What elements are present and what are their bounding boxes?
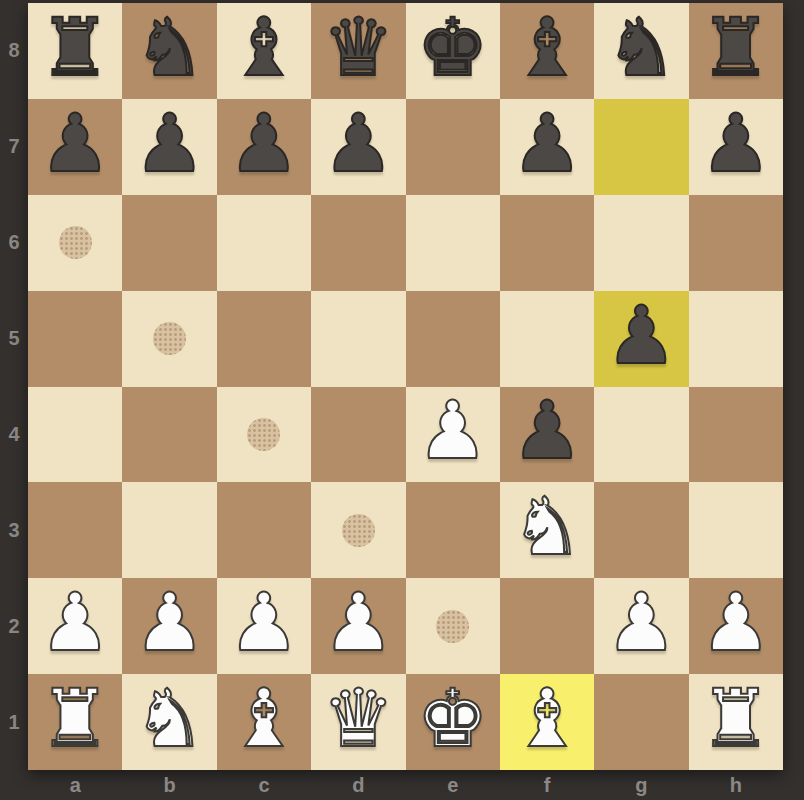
square-b3[interactable] bbox=[122, 482, 216, 578]
square-a8[interactable]: ♜ bbox=[28, 3, 122, 99]
piece-black-pawn[interactable]: ♟ bbox=[511, 104, 583, 190]
square-h7[interactable]: ♟ bbox=[689, 99, 783, 195]
square-h1[interactable]: ♜ bbox=[689, 674, 783, 770]
square-e6[interactable] bbox=[406, 195, 500, 291]
rank-label-3: 3 bbox=[0, 482, 28, 578]
square-f8[interactable]: ♝ bbox=[500, 3, 594, 99]
square-h5[interactable] bbox=[689, 291, 783, 387]
square-a7[interactable]: ♟ bbox=[28, 99, 122, 195]
square-h2[interactable]: ♟ bbox=[689, 578, 783, 674]
square-h4[interactable] bbox=[689, 387, 783, 483]
square-g3[interactable] bbox=[594, 482, 688, 578]
rank-label-8: 8 bbox=[0, 3, 28, 99]
file-label-b: b bbox=[122, 770, 216, 800]
square-g1[interactable] bbox=[594, 674, 688, 770]
square-f7[interactable]: ♟ bbox=[500, 99, 594, 195]
rank-labels: 87654321 bbox=[0, 3, 28, 770]
piece-black-pawn[interactable]: ♟ bbox=[39, 104, 111, 190]
square-g4[interactable] bbox=[594, 387, 688, 483]
piece-white-pawn[interactable]: ♟ bbox=[322, 583, 394, 669]
rank-label-5: 5 bbox=[0, 291, 28, 387]
square-c2[interactable]: ♟ bbox=[217, 578, 311, 674]
square-d4[interactable] bbox=[311, 387, 405, 483]
move-hint-dot-c4[interactable] bbox=[247, 418, 280, 451]
square-f3[interactable]: ♞ bbox=[500, 482, 594, 578]
piece-black-pawn[interactable]: ♟ bbox=[606, 296, 678, 382]
square-e3[interactable] bbox=[406, 482, 500, 578]
square-c5[interactable] bbox=[217, 291, 311, 387]
square-e5[interactable] bbox=[406, 291, 500, 387]
square-b8[interactable]: ♞ bbox=[122, 3, 216, 99]
square-c4[interactable] bbox=[217, 387, 311, 483]
square-g2[interactable]: ♟ bbox=[594, 578, 688, 674]
rank-label-7: 7 bbox=[0, 99, 28, 195]
piece-white-pawn[interactable]: ♟ bbox=[417, 391, 489, 477]
square-g8[interactable]: ♞ bbox=[594, 3, 688, 99]
piece-black-king[interactable]: ♚ bbox=[417, 8, 489, 94]
square-g7[interactable] bbox=[594, 99, 688, 195]
square-c7[interactable]: ♟ bbox=[217, 99, 311, 195]
piece-white-bishop[interactable]: ♝ bbox=[511, 679, 583, 765]
rank-label-2: 2 bbox=[0, 578, 28, 674]
piece-white-pawn[interactable]: ♟ bbox=[700, 583, 772, 669]
rank-label-6: 6 bbox=[0, 195, 28, 291]
square-d8[interactable]: ♛ bbox=[311, 3, 405, 99]
square-b5[interactable] bbox=[122, 291, 216, 387]
square-b1[interactable]: ♞ bbox=[122, 674, 216, 770]
piece-white-queen[interactable]: ♛ bbox=[322, 679, 394, 765]
piece-black-rook[interactable]: ♜ bbox=[700, 8, 772, 94]
square-h3[interactable] bbox=[689, 482, 783, 578]
piece-white-bishop[interactable]: ♝ bbox=[228, 679, 300, 765]
piece-black-queen[interactable]: ♛ bbox=[322, 8, 394, 94]
square-e2[interactable] bbox=[406, 578, 500, 674]
file-label-c: c bbox=[217, 770, 311, 800]
rank-label-4: 4 bbox=[0, 387, 28, 483]
square-e4[interactable]: ♟ bbox=[406, 387, 500, 483]
piece-black-rook[interactable]: ♜ bbox=[39, 8, 111, 94]
piece-white-pawn[interactable]: ♟ bbox=[606, 583, 678, 669]
square-f4[interactable]: ♟ bbox=[500, 387, 594, 483]
piece-white-rook[interactable]: ♜ bbox=[39, 679, 111, 765]
square-d5[interactable] bbox=[311, 291, 405, 387]
square-a4[interactable] bbox=[28, 387, 122, 483]
board-grid: ♜♞♝♛♚♝♞♜♟♟♟♟♟♟♟♟♟♞♟♟♟♟♟♟♜♞♝♛♚♝♜ bbox=[28, 3, 783, 770]
file-label-a: a bbox=[28, 770, 122, 800]
square-b2[interactable]: ♟ bbox=[122, 578, 216, 674]
file-label-h: h bbox=[689, 770, 783, 800]
piece-white-pawn[interactable]: ♟ bbox=[134, 583, 206, 669]
piece-black-knight[interactable]: ♞ bbox=[606, 8, 678, 94]
move-hint-dot-b5[interactable] bbox=[153, 322, 186, 355]
square-a6[interactable] bbox=[28, 195, 122, 291]
piece-black-knight[interactable]: ♞ bbox=[134, 8, 206, 94]
square-f2[interactable] bbox=[500, 578, 594, 674]
move-hint-dot-d3[interactable] bbox=[342, 514, 375, 547]
square-c6[interactable] bbox=[217, 195, 311, 291]
square-a2[interactable]: ♟ bbox=[28, 578, 122, 674]
square-h8[interactable]: ♜ bbox=[689, 3, 783, 99]
square-c1[interactable]: ♝ bbox=[217, 674, 311, 770]
square-d7[interactable]: ♟ bbox=[311, 99, 405, 195]
square-a3[interactable] bbox=[28, 482, 122, 578]
square-e8[interactable]: ♚ bbox=[406, 3, 500, 99]
piece-black-bishop[interactable]: ♝ bbox=[228, 8, 300, 94]
file-label-g: g bbox=[594, 770, 688, 800]
square-g6[interactable] bbox=[594, 195, 688, 291]
square-h6[interactable] bbox=[689, 195, 783, 291]
square-a5[interactable] bbox=[28, 291, 122, 387]
square-b6[interactable] bbox=[122, 195, 216, 291]
file-label-d: d bbox=[311, 770, 405, 800]
piece-black-pawn[interactable]: ♟ bbox=[511, 391, 583, 477]
square-f1[interactable]: ♝ bbox=[500, 674, 594, 770]
piece-black-pawn[interactable]: ♟ bbox=[322, 104, 394, 190]
square-d3[interactable] bbox=[311, 482, 405, 578]
square-e7[interactable] bbox=[406, 99, 500, 195]
piece-black-pawn[interactable]: ♟ bbox=[228, 104, 300, 190]
file-labels: abcdefgh bbox=[28, 770, 783, 800]
piece-white-pawn[interactable]: ♟ bbox=[39, 583, 111, 669]
square-c3[interactable] bbox=[217, 482, 311, 578]
piece-white-knight[interactable]: ♞ bbox=[134, 679, 206, 765]
square-d1[interactable]: ♛ bbox=[311, 674, 405, 770]
piece-white-rook[interactable]: ♜ bbox=[700, 679, 772, 765]
move-hint-dot-a6[interactable] bbox=[59, 226, 92, 259]
piece-black-pawn[interactable]: ♟ bbox=[134, 104, 206, 190]
chess-board: ♜♞♝♛♚♝♞♜♟♟♟♟♟♟♟♟♟♞♟♟♟♟♟♟♜♞♝♛♚♝♜ bbox=[28, 3, 783, 770]
rank-label-1: 1 bbox=[0, 674, 28, 770]
square-d2[interactable]: ♟ bbox=[311, 578, 405, 674]
square-a1[interactable]: ♜ bbox=[28, 674, 122, 770]
piece-white-knight[interactable]: ♞ bbox=[511, 487, 583, 573]
square-f5[interactable] bbox=[500, 291, 594, 387]
move-hint-dot-e2[interactable] bbox=[436, 610, 469, 643]
square-e1[interactable]: ♚ bbox=[406, 674, 500, 770]
square-c8[interactable]: ♝ bbox=[217, 3, 311, 99]
file-label-e: e bbox=[406, 770, 500, 800]
piece-white-pawn[interactable]: ♟ bbox=[228, 583, 300, 669]
square-b7[interactable]: ♟ bbox=[122, 99, 216, 195]
piece-black-bishop[interactable]: ♝ bbox=[511, 8, 583, 94]
file-label-f: f bbox=[500, 770, 594, 800]
square-g5[interactable]: ♟ bbox=[594, 291, 688, 387]
piece-black-pawn[interactable]: ♟ bbox=[700, 104, 772, 190]
square-f6[interactable] bbox=[500, 195, 594, 291]
square-b4[interactable] bbox=[122, 387, 216, 483]
piece-white-king[interactable]: ♚ bbox=[417, 679, 489, 765]
square-d6[interactable] bbox=[311, 195, 405, 291]
